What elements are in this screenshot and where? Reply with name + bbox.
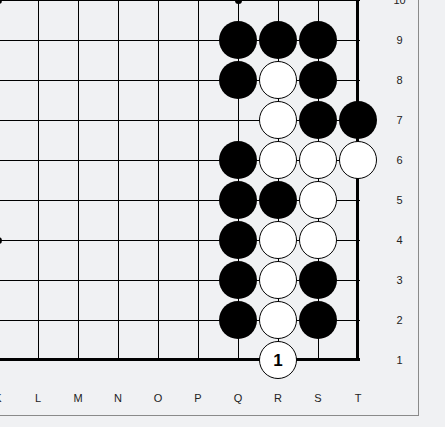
- intersection-Q2[interactable]: [218, 300, 258, 340]
- intersection-Q10[interactable]: [218, 0, 258, 20]
- intersection-N2[interactable]: [98, 300, 138, 340]
- move-number-label: 1: [273, 352, 282, 369]
- intersection-L1[interactable]: [18, 340, 58, 380]
- intersection-T9[interactable]: [338, 20, 378, 60]
- intersection-S6[interactable]: [298, 140, 338, 180]
- intersection-N1[interactable]: [98, 340, 138, 380]
- intersection-K10[interactable]: [0, 0, 18, 20]
- intersection-M10[interactable]: [58, 0, 98, 20]
- intersection-P9[interactable]: [178, 20, 218, 60]
- intersection-Q5[interactable]: [218, 180, 258, 220]
- intersection-T8[interactable]: [338, 60, 378, 100]
- intersection-S4[interactable]: [298, 220, 338, 260]
- row-label-8: 8: [391, 73, 408, 87]
- star-point-Q10: [235, 0, 242, 4]
- intersection-Q1[interactable]: [218, 340, 258, 380]
- black-stone-Q5: [219, 181, 257, 219]
- row-label-4: 4: [391, 233, 408, 247]
- intersection-M6[interactable]: [58, 140, 98, 180]
- row-label-2: 2: [391, 313, 408, 327]
- white-stone-R4: [259, 221, 297, 259]
- intersection-O9[interactable]: [138, 20, 178, 60]
- black-stone-S8: [299, 61, 337, 99]
- row-label-10: 10: [391, 0, 408, 7]
- intersection-M1[interactable]: [58, 340, 98, 380]
- col-label-M: M: [68, 391, 88, 405]
- intersection-P10[interactable]: [178, 0, 218, 20]
- intersection-K3[interactable]: [0, 260, 18, 300]
- board-grid: 1: [0, 0, 378, 380]
- black-stone-R5: [259, 181, 297, 219]
- intersection-S1[interactable]: [298, 340, 338, 380]
- intersection-R2[interactable]: [258, 300, 298, 340]
- intersection-L8[interactable]: [18, 60, 58, 100]
- intersection-P7[interactable]: [178, 100, 218, 140]
- intersection-T3[interactable]: [338, 260, 378, 300]
- intersection-R4[interactable]: [258, 220, 298, 260]
- intersection-R3[interactable]: [258, 260, 298, 300]
- intersection-P4[interactable]: [178, 220, 218, 260]
- star-point-K4: [0, 237, 2, 244]
- intersection-Q8[interactable]: [218, 60, 258, 100]
- intersection-O2[interactable]: [138, 300, 178, 340]
- intersection-K7[interactable]: [0, 100, 18, 140]
- intersection-O4[interactable]: [138, 220, 178, 260]
- intersection-K8[interactable]: [0, 60, 18, 100]
- white-stone-S6: [299, 141, 337, 179]
- intersection-P1[interactable]: [178, 340, 218, 380]
- col-label-O: O: [148, 391, 168, 405]
- col-label-L: L: [28, 391, 48, 405]
- col-label-R: R: [268, 391, 288, 405]
- intersection-S3[interactable]: [298, 260, 338, 300]
- intersection-M2[interactable]: [58, 300, 98, 340]
- black-stone-Q4: [219, 221, 257, 259]
- intersection-T4[interactable]: [338, 220, 378, 260]
- intersection-Q6[interactable]: [218, 140, 258, 180]
- row-label-9: 9: [391, 33, 408, 47]
- intersection-R9[interactable]: [258, 20, 298, 60]
- intersection-S8[interactable]: [298, 60, 338, 100]
- intersection-L9[interactable]: [18, 20, 58, 60]
- intersection-L7[interactable]: [18, 100, 58, 140]
- intersection-O1[interactable]: [138, 340, 178, 380]
- black-stone-Q9: [219, 21, 257, 59]
- intersection-L6[interactable]: [18, 140, 58, 180]
- intersection-M3[interactable]: [58, 260, 98, 300]
- intersection-N6[interactable]: [98, 140, 138, 180]
- intersection-R7[interactable]: [258, 100, 298, 140]
- intersection-Q4[interactable]: [218, 220, 258, 260]
- intersection-R8[interactable]: [258, 60, 298, 100]
- black-stone-Q2: [219, 301, 257, 339]
- intersection-N9[interactable]: [98, 20, 138, 60]
- row-label-7: 7: [391, 113, 408, 127]
- intersection-M5[interactable]: [58, 180, 98, 220]
- intersection-O8[interactable]: [138, 60, 178, 100]
- white-stone-R1: 1: [259, 341, 297, 379]
- col-label-Q: Q: [228, 391, 248, 405]
- intersection-K4[interactable]: [0, 220, 18, 260]
- intersection-T10[interactable]: [338, 0, 378, 20]
- go-board-viewport: 1 KLMNOPQRST 10987654321: [0, 0, 445, 427]
- intersection-O7[interactable]: [138, 100, 178, 140]
- white-stone-S4: [299, 221, 337, 259]
- intersection-K6[interactable]: [0, 140, 18, 180]
- black-stone-R9: [259, 21, 297, 59]
- intersection-K5[interactable]: [0, 180, 18, 220]
- intersection-O6[interactable]: [138, 140, 178, 180]
- intersection-Q3[interactable]: [218, 260, 258, 300]
- intersection-L5[interactable]: [18, 180, 58, 220]
- intersection-K1[interactable]: [0, 340, 18, 380]
- black-stone-Q8: [219, 61, 257, 99]
- intersection-S9[interactable]: [298, 20, 338, 60]
- intersection-N8[interactable]: [98, 60, 138, 100]
- white-stone-S5: [299, 181, 337, 219]
- intersection-S7[interactable]: [298, 100, 338, 140]
- white-stone-T6: [339, 141, 377, 179]
- white-stone-R6: [259, 141, 297, 179]
- intersection-N7[interactable]: [98, 100, 138, 140]
- intersection-M8[interactable]: [58, 60, 98, 100]
- intersection-R10[interactable]: [258, 0, 298, 20]
- black-stone-S3: [299, 261, 337, 299]
- white-stone-R2: [259, 301, 297, 339]
- intersection-Q7[interactable]: [218, 100, 258, 140]
- col-label-N: N: [108, 391, 128, 405]
- row-label-5: 5: [391, 193, 408, 207]
- black-stone-S2: [299, 301, 337, 339]
- intersection-R5[interactable]: [258, 180, 298, 220]
- col-label-K: K: [0, 391, 8, 405]
- intersection-R6[interactable]: [258, 140, 298, 180]
- col-label-T: T: [348, 391, 368, 405]
- intersection-P8[interactable]: [178, 60, 218, 100]
- intersection-N5[interactable]: [98, 180, 138, 220]
- intersection-P2[interactable]: [178, 300, 218, 340]
- intersection-N4[interactable]: [98, 220, 138, 260]
- row-label-6: 6: [391, 153, 408, 167]
- col-label-P: P: [188, 391, 208, 405]
- black-stone-S7: [299, 101, 337, 139]
- intersection-M4[interactable]: [58, 220, 98, 260]
- intersection-T7[interactable]: [338, 100, 378, 140]
- intersection-K2[interactable]: [0, 300, 18, 340]
- intersection-T5[interactable]: [338, 180, 378, 220]
- col-label-S: S: [308, 391, 328, 405]
- intersection-N10[interactable]: [98, 0, 138, 20]
- black-stone-Q3: [219, 261, 257, 299]
- intersection-T1[interactable]: [338, 340, 378, 380]
- intersection-T2[interactable]: [338, 300, 378, 340]
- black-stone-S9: [299, 21, 337, 59]
- intersection-O5[interactable]: [138, 180, 178, 220]
- black-stone-T7: [339, 101, 377, 139]
- intersection-S5[interactable]: [298, 180, 338, 220]
- intersection-P5[interactable]: [178, 180, 218, 220]
- white-stone-R3: [259, 261, 297, 299]
- white-stone-R7: [259, 101, 297, 139]
- intersection-M7[interactable]: [58, 100, 98, 140]
- intersection-S2[interactable]: [298, 300, 338, 340]
- intersection-S10[interactable]: [298, 0, 338, 20]
- intersection-L10[interactable]: [18, 0, 58, 20]
- white-stone-R8: [259, 61, 297, 99]
- intersection-L3[interactable]: [18, 260, 58, 300]
- black-stone-Q6: [219, 141, 257, 179]
- intersection-M9[interactable]: [58, 20, 98, 60]
- intersection-N3[interactable]: [98, 260, 138, 300]
- star-point-K10: [0, 0, 2, 4]
- intersection-R1[interactable]: 1: [258, 340, 298, 380]
- row-label-1: 1: [391, 353, 408, 367]
- intersection-O3[interactable]: [138, 260, 178, 300]
- intersection-O10[interactable]: [138, 0, 178, 20]
- intersection-P3[interactable]: [178, 260, 218, 300]
- intersection-K9[interactable]: [0, 20, 18, 60]
- intersection-T6[interactable]: [338, 140, 378, 180]
- intersection-Q9[interactable]: [218, 20, 258, 60]
- row-label-3: 3: [391, 273, 408, 287]
- intersection-L4[interactable]: [18, 220, 58, 260]
- intersection-P6[interactable]: [178, 140, 218, 180]
- intersection-L2[interactable]: [18, 300, 58, 340]
